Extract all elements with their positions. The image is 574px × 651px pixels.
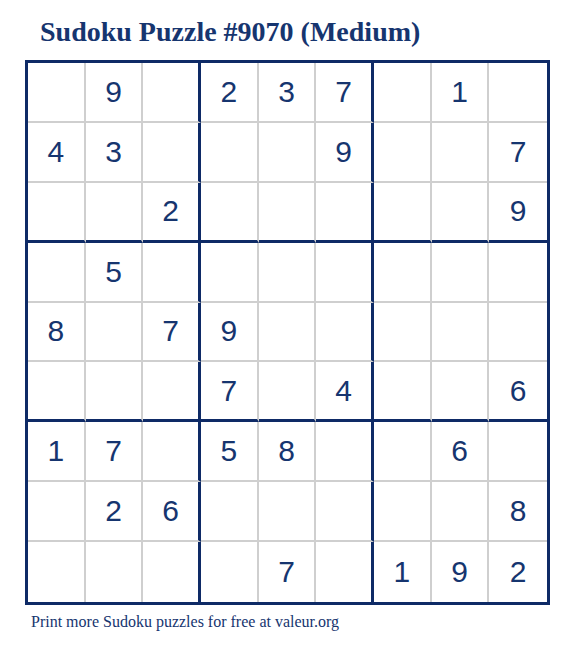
- cell-r5c1[interactable]: 8: [28, 303, 86, 363]
- cell-r8c6[interactable]: [316, 482, 374, 542]
- cell-r6c1[interactable]: [28, 362, 86, 422]
- sudoku-board: 923714397295879746175862687192: [25, 60, 550, 605]
- cell-r8c4[interactable]: [201, 482, 259, 542]
- cell-r3c2[interactable]: [86, 183, 144, 243]
- cell-r6c9[interactable]: 6: [489, 362, 547, 422]
- cell-r5c3[interactable]: 7: [143, 303, 201, 363]
- cell-r2c2[interactable]: 3: [86, 123, 144, 183]
- cell-r5c9[interactable]: [489, 303, 547, 363]
- cell-r7c6[interactable]: [316, 422, 374, 482]
- cell-r1c9[interactable]: [489, 63, 547, 123]
- cell-r1c2[interactable]: 9: [86, 63, 144, 123]
- page-title: Sudoku Puzzle #9070 (Medium): [40, 16, 420, 48]
- cell-r1c7[interactable]: [374, 63, 432, 123]
- cell-r4c6[interactable]: [316, 243, 374, 303]
- cell-r9c2[interactable]: [86, 542, 144, 602]
- cell-r4c5[interactable]: [259, 243, 317, 303]
- cell-r5c8[interactable]: [432, 303, 490, 363]
- cell-r7c4[interactable]: 5: [201, 422, 259, 482]
- cell-r7c9[interactable]: [489, 422, 547, 482]
- cell-r4c9[interactable]: [489, 243, 547, 303]
- cell-r4c7[interactable]: [374, 243, 432, 303]
- cell-r9c6[interactable]: [316, 542, 374, 602]
- cell-r6c8[interactable]: [432, 362, 490, 422]
- cell-r4c3[interactable]: [143, 243, 201, 303]
- cell-r2c4[interactable]: [201, 123, 259, 183]
- cell-r8c5[interactable]: [259, 482, 317, 542]
- cell-r3c9[interactable]: 9: [489, 183, 547, 243]
- cell-r3c7[interactable]: [374, 183, 432, 243]
- cell-r4c1[interactable]: [28, 243, 86, 303]
- cell-r3c4[interactable]: [201, 183, 259, 243]
- cell-r1c1[interactable]: [28, 63, 86, 123]
- cell-r1c3[interactable]: [143, 63, 201, 123]
- cell-r3c1[interactable]: [28, 183, 86, 243]
- cell-r7c8[interactable]: 6: [432, 422, 490, 482]
- cell-r5c6[interactable]: [316, 303, 374, 363]
- cell-r2c7[interactable]: [374, 123, 432, 183]
- cell-r1c8[interactable]: 1: [432, 63, 490, 123]
- cell-r2c1[interactable]: 4: [28, 123, 86, 183]
- cell-r9c1[interactable]: [28, 542, 86, 602]
- cell-r3c6[interactable]: [316, 183, 374, 243]
- cell-r7c7[interactable]: [374, 422, 432, 482]
- cell-r6c2[interactable]: [86, 362, 144, 422]
- cell-r1c4[interactable]: 2: [201, 63, 259, 123]
- cell-r7c3[interactable]: [143, 422, 201, 482]
- cell-r8c3[interactable]: 6: [143, 482, 201, 542]
- cell-r2c3[interactable]: [143, 123, 201, 183]
- cell-r8c2[interactable]: 2: [86, 482, 144, 542]
- cell-r2c6[interactable]: 9: [316, 123, 374, 183]
- cell-r6c7[interactable]: [374, 362, 432, 422]
- cell-r9c4[interactable]: [201, 542, 259, 602]
- cell-r3c3[interactable]: 2: [143, 183, 201, 243]
- cell-r1c6[interactable]: 7: [316, 63, 374, 123]
- cell-r3c5[interactable]: [259, 183, 317, 243]
- cell-r9c7[interactable]: 1: [374, 542, 432, 602]
- cell-r6c3[interactable]: [143, 362, 201, 422]
- cell-r4c2[interactable]: 5: [86, 243, 144, 303]
- cell-r6c5[interactable]: [259, 362, 317, 422]
- cell-r5c7[interactable]: [374, 303, 432, 363]
- cell-r5c5[interactable]: [259, 303, 317, 363]
- cell-r4c8[interactable]: [432, 243, 490, 303]
- cell-r8c9[interactable]: 8: [489, 482, 547, 542]
- cell-r5c2[interactable]: [86, 303, 144, 363]
- cell-r8c1[interactable]: [28, 482, 86, 542]
- cell-r6c4[interactable]: 7: [201, 362, 259, 422]
- cell-r6c6[interactable]: 4: [316, 362, 374, 422]
- cell-r7c2[interactable]: 7: [86, 422, 144, 482]
- cell-r3c8[interactable]: [432, 183, 490, 243]
- cell-r2c5[interactable]: [259, 123, 317, 183]
- cell-r8c8[interactable]: [432, 482, 490, 542]
- footer-print-note: Print more Sudoku puzzles for free at va…: [31, 613, 339, 631]
- cell-r1c5[interactable]: 3: [259, 63, 317, 123]
- cell-r9c5[interactable]: 7: [259, 542, 317, 602]
- cell-r2c8[interactable]: [432, 123, 490, 183]
- cell-r9c9[interactable]: 2: [489, 542, 547, 602]
- cell-r5c4[interactable]: 9: [201, 303, 259, 363]
- cell-r4c4[interactable]: [201, 243, 259, 303]
- cell-r9c8[interactable]: 9: [432, 542, 490, 602]
- cell-r9c3[interactable]: [143, 542, 201, 602]
- cell-r7c1[interactable]: 1: [28, 422, 86, 482]
- cell-r7c5[interactable]: 8: [259, 422, 317, 482]
- cell-r2c9[interactable]: 7: [489, 123, 547, 183]
- cell-r8c7[interactable]: [374, 482, 432, 542]
